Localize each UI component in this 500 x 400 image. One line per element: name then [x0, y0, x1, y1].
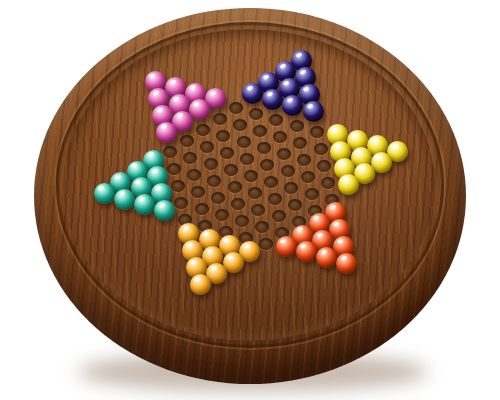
board-hole[interactable] — [248, 187, 262, 199]
marble-teal[interactable] — [114, 189, 135, 210]
board-hole[interactable] — [268, 193, 282, 205]
board-hole[interactable] — [191, 186, 205, 198]
board-hole[interactable] — [290, 120, 304, 132]
board-hole[interactable] — [253, 125, 267, 137]
board-hole[interactable] — [281, 165, 295, 177]
board-hole[interactable] — [224, 164, 238, 176]
board-hole[interactable] — [171, 180, 185, 192]
marble-magenta[interactable] — [156, 122, 177, 143]
board-hole[interactable] — [317, 160, 331, 172]
marble-amber[interactable] — [190, 274, 211, 295]
board-hole[interactable] — [244, 170, 258, 182]
board-hole[interactable] — [277, 148, 291, 160]
board-hole[interactable] — [195, 203, 209, 215]
board-hole[interactable] — [228, 181, 242, 193]
board-hole[interactable] — [272, 210, 286, 222]
marble-teal[interactable] — [94, 183, 115, 204]
board-hole[interactable] — [237, 136, 251, 148]
board-hole[interactable] — [301, 171, 315, 183]
board-hole[interactable] — [215, 209, 229, 221]
board-hole[interactable] — [321, 177, 335, 189]
board-hole[interactable] — [305, 188, 319, 200]
board-hole[interactable] — [264, 176, 278, 188]
marble-dark-blue[interactable] — [303, 101, 324, 122]
board-hole[interactable] — [255, 221, 269, 233]
board-hole[interactable] — [233, 119, 247, 131]
board-hole[interactable] — [235, 215, 249, 227]
marble-red[interactable] — [276, 236, 297, 257]
board-hole[interactable] — [257, 142, 271, 154]
board-hole[interactable] — [259, 238, 273, 250]
board-hole[interactable] — [314, 143, 328, 155]
product-photo-scene — [0, 0, 500, 400]
board-hole[interactable] — [204, 158, 218, 170]
board-hole[interactable] — [310, 126, 324, 138]
board-hole[interactable] — [213, 113, 227, 125]
board-hole[interactable] — [297, 154, 311, 166]
board-hole[interactable] — [288, 199, 302, 211]
